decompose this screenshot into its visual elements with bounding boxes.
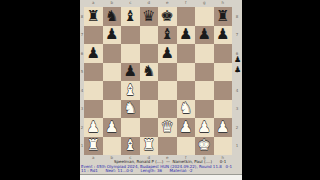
square-b6[interactable]	[103, 44, 122, 63]
square-b3[interactable]	[103, 100, 122, 119]
square-d8[interactable]: ♛	[140, 7, 159, 26]
file-label-b: b	[103, 0, 122, 6]
square-f1[interactable]	[177, 137, 196, 156]
square-e8[interactable]: ♚	[158, 7, 177, 26]
square-c8[interactable]: ♝	[121, 7, 140, 26]
square-a1[interactable]: ♜	[84, 137, 103, 156]
square-h7[interactable]: ♟	[214, 26, 233, 45]
square-e3[interactable]	[158, 100, 177, 119]
black-rook: ♜	[87, 9, 100, 24]
square-c5[interactable]: ♟	[121, 63, 140, 82]
square-b7[interactable]: ♟	[103, 26, 122, 45]
square-f8[interactable]	[177, 7, 196, 26]
file-labels-top: abcdefgh	[84, 0, 232, 6]
status-bar	[80, 174, 242, 180]
square-h1[interactable]	[214, 137, 233, 156]
file-label-c: c	[121, 0, 140, 6]
square-h2[interactable]: ♟	[214, 118, 233, 137]
square-a8[interactable]: ♜	[84, 7, 103, 26]
square-c3[interactable]: ♞	[121, 100, 140, 119]
white-rook: ♜	[87, 138, 100, 153]
black-bishop: ♝	[124, 9, 137, 24]
square-d7[interactable]	[140, 26, 159, 45]
square-h4[interactable]	[214, 81, 233, 100]
square-a5[interactable]	[84, 63, 103, 82]
square-a3[interactable]	[84, 100, 103, 119]
rank-label-3: 3	[233, 100, 241, 119]
square-b8[interactable]: ♞	[103, 7, 122, 26]
white-pawn: ♟	[198, 120, 211, 135]
square-e7[interactable]: ♝	[158, 26, 177, 45]
rank-labels-right: 87654321	[233, 7, 241, 155]
square-a7[interactable]	[84, 26, 103, 45]
square-c7[interactable]	[121, 26, 140, 45]
square-e1[interactable]	[158, 137, 177, 156]
square-h8[interactable]: ♜	[214, 7, 233, 26]
square-c1[interactable]: ♝	[121, 137, 140, 156]
file-label-a: a	[84, 0, 103, 6]
square-d4[interactable]	[140, 81, 159, 100]
chess-board: ♜♞♝♛♚♜♟♝♟♟♟♟♟♟♞♝♞♞♟♟♛♟♟♟♜♝♜♚	[84, 7, 232, 155]
square-g6[interactable]	[195, 44, 214, 63]
square-d1[interactable]: ♜	[140, 137, 159, 156]
square-g1[interactable]: ♚	[195, 137, 214, 156]
square-b5[interactable]	[103, 63, 122, 82]
black-pawn: ♟	[87, 46, 100, 61]
square-f7[interactable]: ♟	[177, 26, 196, 45]
square-c6[interactable]	[121, 44, 140, 63]
black-pawn: ♟	[198, 27, 211, 42]
square-f2[interactable]: ♟	[177, 118, 196, 137]
square-d3[interactable]	[140, 100, 159, 119]
square-b2[interactable]: ♟	[103, 118, 122, 137]
black-knight: ♞	[105, 9, 118, 24]
file-label-d: d	[140, 0, 159, 6]
board-panel: abcdefgh 87654321 ♜♞♝♛♚♜♟♝♟♟♟♟♟♟♞♝♞♞♟♟♛♟…	[80, 0, 242, 180]
square-g7[interactable]: ♟	[195, 26, 214, 45]
square-d2[interactable]	[140, 118, 159, 137]
square-a2[interactable]: ♟	[84, 118, 103, 137]
square-f6[interactable]	[177, 44, 196, 63]
black-pawn: ♟	[179, 27, 192, 42]
black-queen: ♛	[142, 9, 155, 24]
black-knight: ♞	[142, 64, 155, 79]
square-d5[interactable]: ♞	[140, 63, 159, 82]
white-pawn: ♟	[87, 120, 100, 135]
square-a4[interactable]	[84, 81, 103, 100]
white-rook: ♜	[142, 138, 155, 153]
rank-label-1: 1	[233, 137, 241, 156]
white-bishop: ♝	[124, 138, 137, 153]
square-g5[interactable]	[195, 63, 214, 82]
black-bishop: ♝	[161, 27, 174, 42]
black-king: ♚	[161, 9, 174, 24]
captured-pawn-icon: ♟	[234, 65, 241, 74]
file-label-g: g	[195, 0, 214, 6]
white-pawn: ♟	[179, 120, 192, 135]
square-b1[interactable]	[103, 137, 122, 156]
white-king: ♚	[198, 138, 211, 153]
rank-label-2: 2	[233, 118, 241, 137]
square-f5[interactable]	[177, 63, 196, 82]
black-pawn: ♟	[124, 64, 137, 79]
square-f4[interactable]	[177, 81, 196, 100]
white-pawn: ♟	[216, 120, 229, 135]
square-g4[interactable]	[195, 81, 214, 100]
square-e6[interactable]: ♟	[158, 44, 177, 63]
black-pawn: ♟	[105, 27, 118, 42]
square-c4[interactable]: ♝	[121, 81, 140, 100]
file-label-h: h	[214, 0, 233, 6]
square-g2[interactable]: ♟	[195, 118, 214, 137]
captured-material-tray: ♟♟	[233, 55, 242, 74]
square-a6[interactable]: ♟	[84, 44, 103, 63]
white-knight: ♞	[124, 101, 137, 116]
square-e2[interactable]: ♛	[158, 118, 177, 137]
square-h3[interactable]	[214, 100, 233, 119]
rank-label-8: 8	[233, 7, 241, 26]
file-label-f: f	[177, 0, 196, 6]
square-g3[interactable]	[195, 100, 214, 119]
rank-label-7: 7	[233, 26, 241, 45]
white-bishop: ♝	[124, 83, 137, 98]
square-e4[interactable]	[158, 81, 177, 100]
rank-label-4: 4	[233, 81, 241, 100]
white-pawn: ♟	[105, 120, 118, 135]
file-label-e: e	[158, 0, 177, 6]
square-h6[interactable]	[214, 44, 233, 63]
white-knight: ♞	[179, 101, 192, 116]
square-f3[interactable]: ♞	[177, 100, 196, 119]
black-pawn: ♟	[216, 27, 229, 42]
black-pawn: ♟	[161, 46, 174, 61]
white-queen: ♛	[161, 120, 174, 135]
game-status-block: Speelman, Ronald P (....) — Nametkin, Pa…	[80, 160, 242, 174]
captured-pawn-icon: ♟	[234, 55, 241, 64]
square-b4[interactable]	[103, 81, 122, 100]
square-e5[interactable]	[158, 63, 177, 82]
square-g8[interactable]	[195, 7, 214, 26]
square-h5[interactable]	[214, 63, 233, 82]
square-c2[interactable]	[121, 118, 140, 137]
square-d6[interactable]	[140, 44, 159, 63]
black-rook: ♜	[216, 9, 229, 24]
